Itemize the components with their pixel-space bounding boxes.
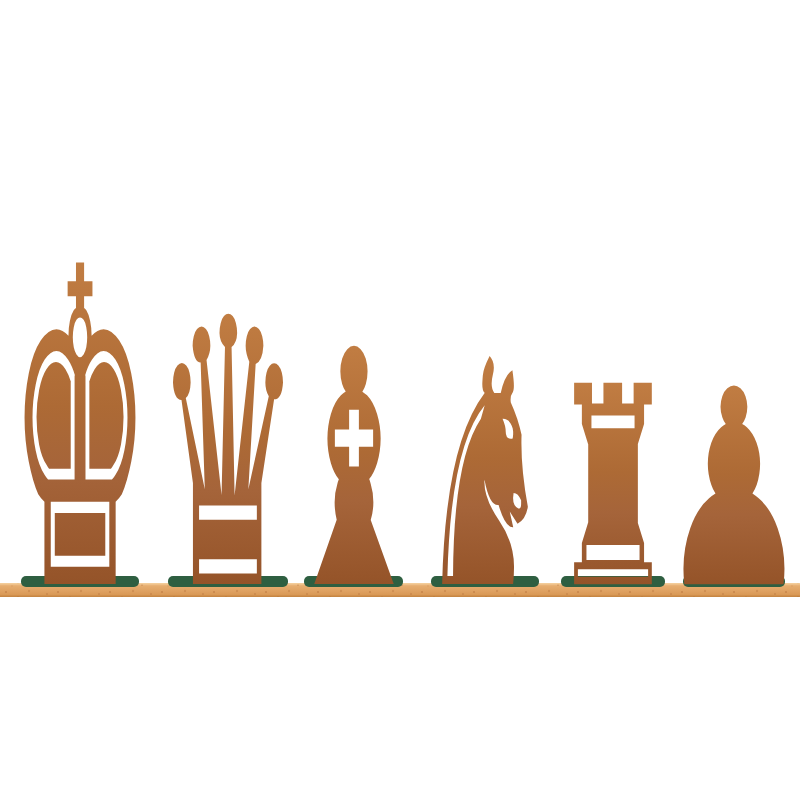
- rook-piece: ♜: [551, 327, 675, 648]
- king-piece: ♚: [9, 176, 151, 688]
- pawn-piece: ♟: [658, 332, 800, 648]
- chess-set-product-photo: ♚ ♛ ♝ ♞ ♜ ♟: [0, 0, 800, 800]
- knight-piece: ♞: [418, 295, 552, 658]
- chess-set-scene: ♚ ♛ ♝ ♞ ♜ ♟: [0, 0, 800, 800]
- bishop-piece: ♝: [278, 282, 430, 661]
